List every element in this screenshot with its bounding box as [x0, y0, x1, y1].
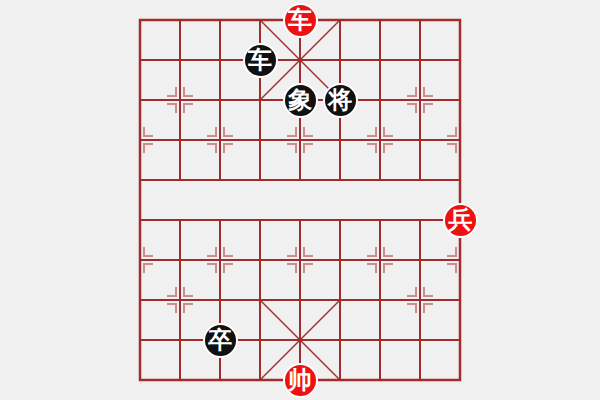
piece-black-elephant[interactable]: 象 — [283, 83, 318, 118]
board[interactable]: 车车象将兵卒帅 — [120, 0, 480, 400]
piece-red-chariot[interactable]: 车 — [283, 3, 318, 38]
xiangqi-board-screen: 车车象将兵卒帅 — [0, 0, 600, 400]
piece-black-soldier[interactable]: 卒 — [203, 323, 238, 358]
piece-black-chariot[interactable]: 车 — [243, 43, 278, 78]
piece-red-soldier[interactable]: 兵 — [443, 203, 478, 238]
piece-black-general[interactable]: 将 — [323, 83, 358, 118]
piece-red-general[interactable]: 帅 — [283, 363, 318, 398]
